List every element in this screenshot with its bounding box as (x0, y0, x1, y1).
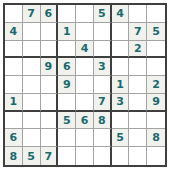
cell-r3c6[interactable] (94, 41, 112, 59)
cell-r7c7[interactable] (112, 112, 130, 130)
cell-r2c6[interactable] (94, 23, 112, 41)
cell-r3c9[interactable] (147, 41, 165, 59)
cell-r8c6[interactable] (94, 129, 112, 147)
cell-r3c5[interactable]: 4 (76, 41, 94, 59)
cell-r2c7[interactable] (112, 23, 130, 41)
cell-r5c3[interactable] (41, 76, 59, 94)
cell-r4c8[interactable] (129, 58, 147, 76)
cell-r4c2[interactable] (23, 58, 41, 76)
cell-r5c9[interactable]: 2 (147, 76, 165, 94)
cell-r7c1[interactable] (5, 112, 23, 130)
cell-r3c1[interactable] (5, 41, 23, 59)
cell-r6c7[interactable]: 3 (112, 94, 130, 112)
cell-r9c5[interactable] (76, 147, 94, 165)
cell-r4c3[interactable]: 9 (41, 58, 59, 76)
cell-r8c2[interactable] (23, 129, 41, 147)
cell-r4c6[interactable]: 3 (94, 58, 112, 76)
cell-r8c4[interactable] (58, 129, 76, 147)
cell-r7c5[interactable]: 6 (76, 112, 94, 130)
cell-r6c2[interactable] (23, 94, 41, 112)
cell-r3c3[interactable] (41, 41, 59, 59)
cell-r2c8[interactable]: 7 (129, 23, 147, 41)
cell-r5c8[interactable] (129, 76, 147, 94)
cell-r9c2[interactable]: 5 (23, 147, 41, 165)
cell-r5c5[interactable] (76, 76, 94, 94)
cell-r4c9[interactable] (147, 58, 165, 76)
cell-r3c4[interactable] (58, 41, 76, 59)
cell-r2c4[interactable]: 1 (58, 23, 76, 41)
cell-r9c1[interactable]: 8 (5, 147, 23, 165)
cell-r9c9[interactable] (147, 147, 165, 165)
cell-r6c1[interactable]: 1 (5, 94, 23, 112)
cell-r1c4[interactable] (58, 5, 76, 23)
cell-r6c4[interactable] (58, 94, 76, 112)
cell-r4c5[interactable] (76, 58, 94, 76)
cell-r6c3[interactable] (41, 94, 59, 112)
cell-r4c1[interactable] (5, 58, 23, 76)
cell-r1c9[interactable] (147, 5, 165, 23)
cell-r8c3[interactable] (41, 129, 59, 147)
cell-r2c5[interactable] (76, 23, 94, 41)
cell-r7c2[interactable] (23, 112, 41, 130)
cell-r5c1[interactable] (5, 76, 23, 94)
cell-r8c9[interactable]: 8 (147, 129, 165, 147)
cell-r9c6[interactable] (94, 147, 112, 165)
cell-r6c9[interactable]: 9 (147, 94, 165, 112)
cell-r8c1[interactable]: 6 (5, 129, 23, 147)
cell-r9c4[interactable] (58, 147, 76, 165)
cell-r3c7[interactable] (112, 41, 130, 59)
cell-r1c2[interactable]: 7 (23, 5, 41, 23)
cell-r8c5[interactable] (76, 129, 94, 147)
cell-r1c6[interactable]: 5 (94, 5, 112, 23)
cell-r5c6[interactable] (94, 76, 112, 94)
cell-r5c7[interactable]: 1 (112, 76, 130, 94)
cell-r1c7[interactable]: 4 (112, 5, 130, 23)
cell-r2c1[interactable]: 4 (5, 23, 23, 41)
cell-r9c8[interactable] (129, 147, 147, 165)
cell-r7c6[interactable]: 8 (94, 112, 112, 130)
cell-r7c9[interactable] (147, 112, 165, 130)
cell-r6c6[interactable]: 7 (94, 94, 112, 112)
cell-r1c3[interactable]: 6 (41, 5, 59, 23)
cell-r3c8[interactable]: 2 (129, 41, 147, 59)
cell-r2c3[interactable] (41, 23, 59, 41)
cell-r6c5[interactable] (76, 94, 94, 112)
cell-r8c8[interactable] (129, 129, 147, 147)
cell-r9c7[interactable] (112, 147, 130, 165)
cell-r7c8[interactable] (129, 112, 147, 130)
cell-r1c8[interactable] (129, 5, 147, 23)
cell-r6c8[interactable] (129, 94, 147, 112)
cell-r2c2[interactable] (23, 23, 41, 41)
cell-r8c7[interactable]: 5 (112, 129, 130, 147)
cell-r3c2[interactable] (23, 41, 41, 59)
sudoku-board: 76544175429639121739568658857 (3, 3, 167, 167)
cell-r4c7[interactable] (112, 58, 130, 76)
cell-r1c5[interactable] (76, 5, 94, 23)
cell-r7c3[interactable] (41, 112, 59, 130)
cell-r5c2[interactable] (23, 76, 41, 94)
cell-r2c9[interactable]: 5 (147, 23, 165, 41)
cell-r4c4[interactable]: 6 (58, 58, 76, 76)
cell-r7c4[interactable]: 5 (58, 112, 76, 130)
cell-r9c3[interactable]: 7 (41, 147, 59, 165)
cell-r1c1[interactable] (5, 5, 23, 23)
cell-r5c4[interactable]: 9 (58, 76, 76, 94)
